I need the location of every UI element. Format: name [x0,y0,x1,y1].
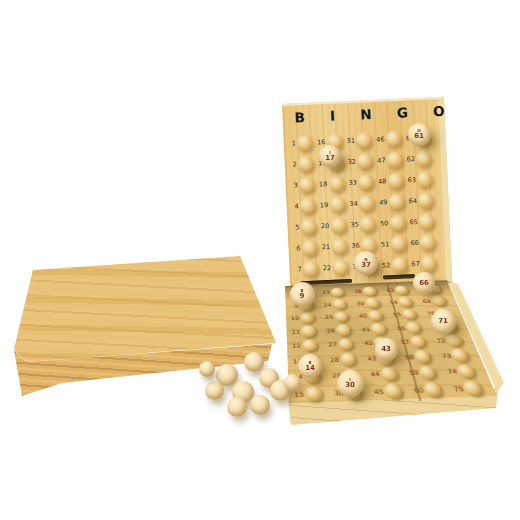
bingo-set-photo: B I N G O 116314661217324762318334863419… [0,0,520,520]
ball-number: 17 [325,155,335,162]
hole-label-2: 2 [287,160,297,168]
loose-ball[interactable] [244,352,264,372]
hole-3[interactable] [298,176,315,193]
hole-48[interactable] [387,172,404,189]
header-letter-b: B [294,109,305,125]
hole-cell-35: 35 [348,213,379,235]
hole-cell-18: 18 [317,172,348,194]
hole-label-66: 66 [409,238,419,246]
hole-label-49: 49 [377,198,387,206]
ball-B9[interactable]: B9 [290,282,315,307]
hole-41[interactable] [370,323,386,334]
hole-72[interactable] [444,334,463,346]
hole-label-24: 24 [321,301,332,307]
hole-label-3: 3 [288,181,298,189]
hole-label-69: 69 [419,298,431,304]
ball-number: 30 [345,382,355,389]
hole-label-44: 44 [367,370,381,378]
hole-cell-31: 31 [344,129,375,151]
hole-label-74: 74 [443,367,458,375]
hole-cell-65: 65 [407,210,438,232]
hole-cell-48: 48 [376,169,407,191]
hole-cell-21: 21 [320,235,351,257]
hole-cell-74: 74 [442,362,487,380]
hole-50[interactable] [389,214,406,231]
hole-label-15: 15 [291,390,304,398]
hole-label-18: 18 [317,180,327,188]
hole-74[interactable] [456,364,476,378]
hole-53[interactable] [394,285,410,295]
hole-label-20: 20 [319,221,329,229]
hole-24[interactable] [332,299,347,309]
hole-56[interactable] [405,322,422,333]
hole-label-33: 33 [347,178,357,186]
hole-60[interactable] [423,382,443,397]
hole-40[interactable] [367,310,383,321]
hole-label-32: 32 [346,157,356,165]
hinge-slot-right [383,274,415,279]
hole-cell-66: 66 [408,231,439,253]
hole-39[interactable] [364,298,379,308]
hole-cell-75: 75 [448,378,495,397]
hole-cell-20: 20 [319,214,350,236]
hole-label-4: 4 [288,202,298,210]
hole-45[interactable] [383,383,402,398]
hole-cell-63: 63 [405,168,436,190]
hole-label-28: 28 [327,356,340,363]
hole-46[interactable] [385,130,402,147]
loose-ball[interactable] [250,395,270,415]
hole-cell-64: 64 [406,189,437,211]
hole-label-38: 38 [351,289,362,295]
hole-25[interactable] [333,311,348,322]
hole-26[interactable] [335,324,351,336]
hole-51[interactable] [390,235,407,252]
hole-67[interactable] [420,255,437,272]
ball-B14[interactable]: B14 [298,354,322,378]
header-letter-o: O [433,103,445,120]
hole-19[interactable] [329,196,346,213]
hole-label-39: 39 [353,300,365,306]
ball-number: 43 [381,346,391,353]
ball-N43[interactable]: 43 [375,338,398,361]
hole-cell-10: 10 [288,311,323,325]
ball-N37[interactable]: N37 [354,251,378,275]
hole-34[interactable] [358,194,375,211]
hole-label-72: 72 [433,337,447,344]
hole-52[interactable] [391,256,408,273]
header-letter-g: G [396,104,408,120]
hole-10[interactable] [300,312,314,323]
hole-cell-34: 34 [347,192,378,214]
ball-O71[interactable]: 71 [431,309,456,334]
hole-32[interactable] [356,152,373,169]
hole-label-35: 35 [349,220,359,228]
hole-27[interactable] [337,338,353,350]
hole-label-65: 65 [408,217,418,225]
hole-label-22: 22 [321,263,331,271]
hole-33[interactable] [357,173,374,190]
hole-cell-4: 4 [288,194,319,216]
ball-O66[interactable]: 66 [413,272,435,294]
hole-label-75: 75 [449,384,464,392]
hole-7[interactable] [302,260,319,277]
hole-57[interactable] [409,335,427,347]
hole-label-42: 42 [361,340,374,347]
hole-cell-11: 11 [289,324,325,339]
hole-69[interactable] [430,295,447,305]
ball-I30[interactable]: I30 [337,370,364,397]
hole-label-12: 12 [289,342,301,349]
loose-ball[interactable] [227,397,247,417]
hole-28[interactable] [339,352,356,365]
hole-4[interactable] [299,197,316,214]
hole-44[interactable] [380,367,398,381]
hole-cell-41: 41 [358,321,396,336]
hole-label-50: 50 [378,219,388,227]
loose-ball[interactable] [284,374,301,391]
ball-number: 14 [305,365,315,372]
hole-55[interactable] [401,309,418,320]
hole-73[interactable] [450,349,470,362]
hole-label-43: 43 [364,354,377,361]
loose-ball[interactable] [205,381,224,400]
bingo-header: B I N G O [282,102,451,126]
hole-label-45: 45 [370,387,384,395]
ball-I17[interactable]: I17 [319,145,341,167]
loose-ball[interactable] [199,361,215,377]
hole-15[interactable] [305,386,322,401]
hole-59[interactable] [418,365,437,379]
hole-label-67: 67 [410,259,420,267]
hole-cell-25: 25 [322,310,358,324]
hole-label-34: 34 [348,199,358,207]
hole-2[interactable] [297,155,314,172]
hole-cell-73: 73 [437,347,480,364]
hole-65[interactable] [418,213,435,230]
hole-22[interactable] [332,259,349,276]
hole-62[interactable] [416,150,433,167]
ball-number: 61 [414,133,424,140]
hole-cell-26: 26 [323,322,360,337]
hole-label-21: 21 [320,242,330,250]
hole-cell-19: 19 [318,193,349,215]
hole-58[interactable] [413,350,432,363]
hole-47[interactable] [386,151,403,168]
hole-cell-62: 62 [405,147,436,169]
hole-cell-46: 46 [374,128,405,150]
ball-O61[interactable]: O61 [408,123,431,146]
hole-label-63: 63 [406,176,416,184]
hole-label-48: 48 [376,177,386,185]
hole-label-51: 51 [379,240,389,248]
hole-cell-49: 49 [377,190,408,212]
hole-35[interactable] [359,215,376,232]
hole-6[interactable] [301,239,318,256]
hole-12[interactable] [302,339,317,351]
hole-63[interactable] [417,171,434,188]
hole-label-6: 6 [290,244,300,252]
hole-label-19: 19 [318,201,328,209]
hole-54[interactable] [397,297,413,307]
hole-label-23: 23 [319,290,330,296]
hole-31[interactable] [356,131,373,148]
hole-75[interactable] [462,380,483,395]
hole-cell-1: 1 [285,132,316,154]
hole-23[interactable] [330,287,344,297]
hole-cell-50: 50 [378,211,409,233]
hole-11[interactable] [301,325,316,337]
hole-label-46: 46 [374,135,384,143]
hole-20[interactable] [330,217,347,234]
hole-cell-45: 45 [369,381,413,400]
hole-label-47: 47 [375,156,385,164]
hole-cell-40: 40 [355,308,392,322]
hole-cell-12: 12 [289,337,326,353]
hole-cell-44: 44 [366,365,408,383]
hole-49[interactable] [388,193,405,210]
hole-cell-51: 51 [379,232,410,254]
hole-66[interactable] [419,234,436,251]
hole-label-26: 26 [324,327,336,334]
hole-cell-27: 27 [325,336,363,352]
hole-label-5: 5 [289,223,299,231]
hole-label-25: 25 [322,314,334,320]
hole-21[interactable] [331,238,348,255]
hole-cell-67: 67 [409,252,440,274]
ball-number: 9 [300,293,305,300]
hole-cell-28: 28 [326,351,366,368]
hole-label-27: 27 [325,341,337,348]
hole-label-31: 31 [345,136,355,144]
hole-label-40: 40 [356,313,368,319]
hole-cell-47: 47 [375,148,406,170]
hole-label-41: 41 [358,326,370,333]
hole-18[interactable] [328,175,345,192]
hole-label-64: 64 [407,196,417,204]
hole-cell-7: 7 [291,257,322,279]
ball-number: 71 [438,318,448,325]
hole-cell-5: 5 [289,215,320,237]
hole-label-62: 62 [405,155,415,163]
hole-label-16: 16 [315,138,325,146]
hole-5[interactable] [300,218,317,235]
hole-label-11: 11 [289,328,300,335]
hole-cell-3: 3 [287,173,318,195]
hole-label-73: 73 [438,352,452,359]
hole-label-1: 1 [286,139,296,147]
hole-label-52: 52 [380,261,390,269]
hole-cell-32: 32 [345,150,376,172]
ball-number: 37 [361,262,371,269]
hole-cell-33: 33 [346,171,377,193]
hole-label-10: 10 [288,315,299,321]
hole-cell-22: 22 [321,256,352,278]
hole-cell-72: 72 [431,332,473,348]
hole-label-36: 36 [349,241,359,249]
hole-cell-6: 6 [290,236,321,258]
header-letter-i: I [330,108,336,124]
hole-cell-52: 52 [380,253,411,275]
header-letter-n: N [360,106,372,122]
hole-label-7: 7 [291,265,301,273]
ball-number: 66 [419,280,429,287]
hole-64[interactable] [418,192,435,209]
hole-cell-2: 2 [286,153,317,175]
hole-38[interactable] [362,286,377,296]
hole-1[interactable] [296,134,313,151]
